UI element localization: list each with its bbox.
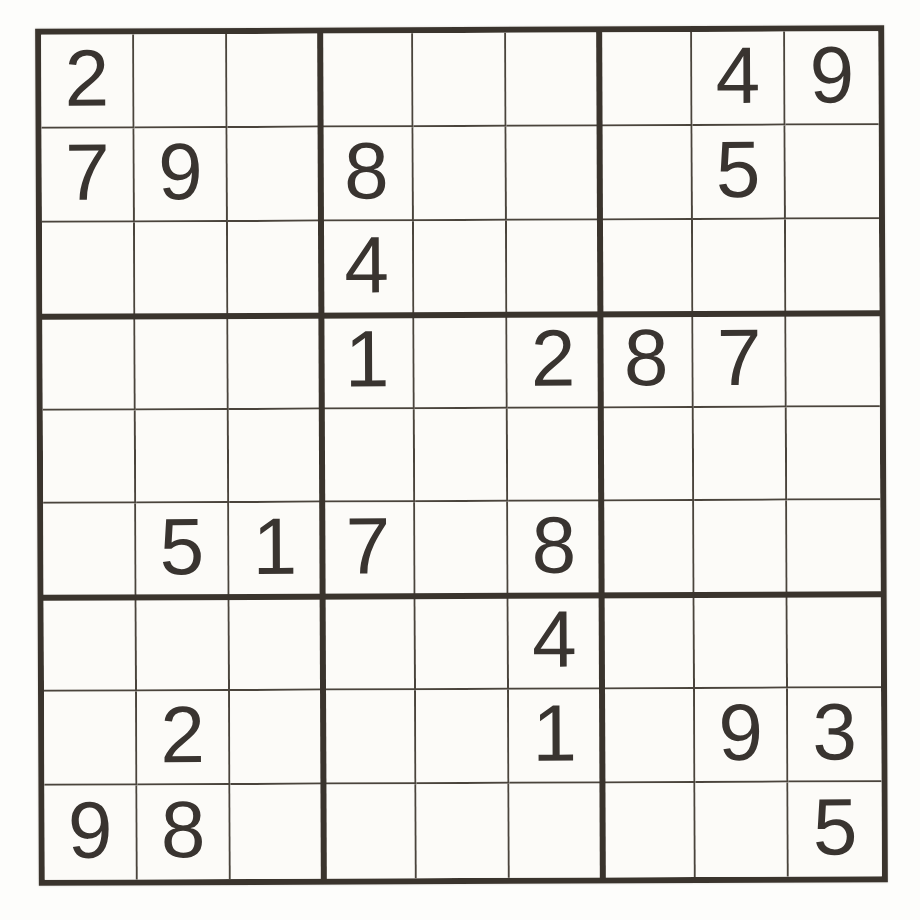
given-digit: 8 bbox=[344, 131, 389, 211]
cell-r1c4[interactable] bbox=[320, 33, 413, 127]
cell-r1c3[interactable] bbox=[227, 34, 320, 128]
cell-r3c7[interactable] bbox=[600, 220, 693, 314]
cell-r6c4[interactable]: 7 bbox=[322, 503, 415, 597]
cell-r4c8[interactable]: 7 bbox=[693, 313, 786, 407]
cell-r3c3[interactable] bbox=[228, 221, 321, 315]
given-digit: 9 bbox=[68, 791, 113, 871]
cell-r2c4[interactable]: 8 bbox=[321, 127, 414, 221]
cell-r8c3[interactable] bbox=[230, 691, 323, 785]
cell-r4c1[interactable] bbox=[42, 316, 135, 410]
cell-r2c3[interactable] bbox=[228, 127, 321, 221]
cell-r8c8[interactable]: 9 bbox=[695, 689, 788, 783]
cell-r8c9[interactable]: 3 bbox=[788, 688, 881, 782]
given-digit: 9 bbox=[809, 35, 854, 115]
cell-r6c9[interactable] bbox=[787, 501, 880, 595]
cell-r5c1[interactable] bbox=[43, 410, 136, 504]
cell-r6c1[interactable] bbox=[43, 504, 136, 598]
cell-r9c5[interactable] bbox=[416, 784, 509, 878]
cell-r9c6[interactable] bbox=[509, 783, 602, 877]
cell-r3c1[interactable] bbox=[42, 222, 135, 316]
cell-r9c2[interactable]: 8 bbox=[137, 785, 230, 879]
sudoku-board: 249798541287517842193985 bbox=[35, 25, 888, 886]
cell-r7c8[interactable] bbox=[695, 595, 788, 689]
cell-r4c2[interactable] bbox=[135, 316, 228, 410]
cell-r5c8[interactable] bbox=[694, 407, 787, 501]
cell-r4c4[interactable]: 1 bbox=[321, 315, 414, 409]
cell-r4c5[interactable] bbox=[414, 314, 507, 408]
cell-r5c5[interactable] bbox=[415, 408, 508, 502]
cell-r4c3[interactable] bbox=[228, 315, 321, 409]
cell-r4c9[interactable] bbox=[786, 313, 879, 407]
cell-r8c5[interactable] bbox=[416, 690, 509, 784]
cell-r6c7[interactable] bbox=[601, 501, 694, 595]
given-digit: 5 bbox=[813, 787, 858, 867]
given-digit: 7 bbox=[345, 507, 390, 587]
cell-r6c3[interactable]: 1 bbox=[229, 503, 322, 597]
cell-r6c8[interactable] bbox=[694, 501, 787, 595]
cell-r6c2[interactable]: 5 bbox=[136, 503, 229, 597]
cell-r3c9[interactable] bbox=[786, 219, 879, 313]
given-digit: 9 bbox=[158, 132, 203, 212]
cell-r6c5[interactable] bbox=[415, 502, 508, 596]
cell-r5c7[interactable] bbox=[601, 408, 694, 502]
given-digit: 1 bbox=[532, 694, 577, 774]
cell-r3c4[interactable]: 4 bbox=[321, 221, 414, 315]
given-digit: 7 bbox=[65, 132, 110, 212]
given-digit: 8 bbox=[161, 790, 206, 870]
given-digit: 1 bbox=[252, 507, 297, 587]
cell-r1c2[interactable] bbox=[134, 34, 227, 128]
given-digit: 1 bbox=[345, 319, 390, 399]
given-digit: 7 bbox=[717, 317, 762, 397]
given-digit: 2 bbox=[64, 38, 109, 118]
cell-r7c3[interactable] bbox=[230, 597, 323, 691]
given-digit: 4 bbox=[344, 225, 389, 305]
given-digit: 9 bbox=[718, 693, 763, 773]
cell-r7c9[interactable] bbox=[788, 595, 881, 689]
cell-r8c2[interactable]: 2 bbox=[137, 691, 230, 785]
cell-r8c7[interactable] bbox=[602, 689, 695, 783]
cell-r3c5[interactable] bbox=[414, 221, 507, 315]
cell-r1c5[interactable] bbox=[413, 33, 506, 127]
cell-r6c6[interactable]: 8 bbox=[508, 502, 601, 596]
cell-r4c7[interactable]: 8 bbox=[600, 314, 693, 408]
cell-r3c2[interactable] bbox=[135, 222, 228, 316]
cell-r7c7[interactable] bbox=[602, 595, 695, 689]
paper-background: 249798541287517842193985 bbox=[0, 0, 920, 920]
cell-r2c2[interactable]: 9 bbox=[135, 128, 228, 222]
cell-r3c6[interactable] bbox=[507, 220, 600, 314]
given-digit: 4 bbox=[532, 600, 577, 680]
cell-r4c6[interactable]: 2 bbox=[507, 314, 600, 408]
given-digit: 5 bbox=[159, 507, 204, 587]
cell-r7c1[interactable] bbox=[44, 598, 137, 692]
cell-r9c9[interactable]: 5 bbox=[788, 782, 881, 876]
given-digit: 3 bbox=[812, 692, 857, 772]
cell-r2c9[interactable] bbox=[786, 125, 879, 219]
cell-r8c6[interactable]: 1 bbox=[509, 690, 602, 784]
cell-r9c1[interactable]: 9 bbox=[44, 786, 137, 880]
cell-r7c5[interactable] bbox=[416, 596, 509, 690]
cell-r8c4[interactable] bbox=[323, 690, 416, 784]
cell-r5c9[interactable] bbox=[787, 407, 880, 501]
given-digit: 8 bbox=[531, 506, 576, 586]
cell-r3c8[interactable] bbox=[693, 219, 786, 313]
cell-r9c3[interactable] bbox=[230, 785, 323, 879]
cell-r7c2[interactable] bbox=[137, 597, 230, 691]
cell-r2c8[interactable]: 5 bbox=[693, 125, 786, 219]
cell-r1c1[interactable]: 2 bbox=[41, 34, 134, 128]
given-digit: 2 bbox=[531, 318, 576, 398]
cell-r5c4[interactable] bbox=[322, 409, 415, 503]
cell-r1c7[interactable] bbox=[599, 32, 692, 126]
cell-r9c7[interactable] bbox=[602, 783, 695, 877]
cell-r5c2[interactable] bbox=[136, 410, 229, 504]
given-digit: 2 bbox=[160, 695, 205, 775]
given-digit: 8 bbox=[624, 318, 669, 398]
given-digit: 4 bbox=[715, 36, 760, 116]
given-digit: 5 bbox=[716, 130, 761, 210]
cell-r7c4[interactable] bbox=[323, 597, 416, 691]
scanned-sudoku-page: { "game": "sudoku", "grid": { "rows": 9,… bbox=[0, 0, 920, 920]
cell-r2c6[interactable] bbox=[507, 126, 600, 220]
cell-r1c8[interactable]: 4 bbox=[692, 32, 785, 126]
cell-r5c6[interactable] bbox=[508, 408, 601, 502]
cell-r1c6[interactable] bbox=[506, 32, 599, 126]
cell-r9c4[interactable] bbox=[323, 784, 416, 878]
cell-r8c1[interactable] bbox=[44, 692, 137, 786]
cell-r5c3[interactable] bbox=[229, 409, 322, 503]
cell-r7c6[interactable]: 4 bbox=[509, 596, 602, 690]
cell-r2c5[interactable] bbox=[414, 127, 507, 221]
cell-r1c9[interactable]: 9 bbox=[785, 31, 878, 125]
cell-r2c7[interactable] bbox=[600, 126, 693, 220]
cell-r9c8[interactable] bbox=[695, 783, 788, 877]
cell-r2c1[interactable]: 7 bbox=[42, 128, 135, 222]
